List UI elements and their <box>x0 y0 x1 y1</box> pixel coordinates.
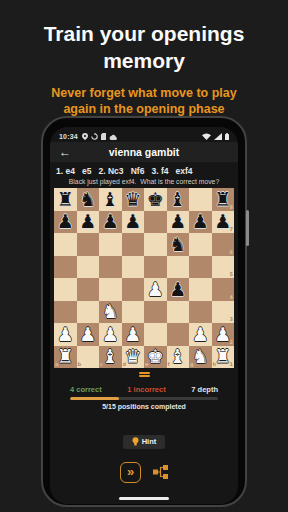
square-e4[interactable]: ♟ <box>144 278 167 301</box>
system-icons <box>202 133 229 140</box>
square-c8[interactable]: ♝ <box>99 188 122 211</box>
square-h2[interactable]: ♟2 <box>212 323 235 346</box>
square-f8[interactable]: ♝ <box>167 188 190 211</box>
square-a2[interactable]: ♟ <box>54 323 77 346</box>
square-c3[interactable]: ♞ <box>99 301 122 324</box>
lightbulb-icon <box>132 437 139 447</box>
cloud-icon <box>109 134 117 140</box>
rank-label: 1 <box>230 362 233 367</box>
move-prompt: Black just played exf4. What is the corr… <box>50 177 238 188</box>
white-pawn: ♟ <box>147 280 164 299</box>
file-label: g <box>190 362 194 367</box>
square-g2[interactable]: ♟ <box>189 323 212 346</box>
sd-card-icon <box>101 133 106 140</box>
square-g6[interactable] <box>189 233 212 256</box>
file-label: e <box>145 362 148 367</box>
rank-label: 7 <box>230 227 233 232</box>
square-c1[interactable]: ♝c <box>99 346 122 369</box>
square-h3[interactable]: 3 <box>212 301 235 324</box>
square-h1[interactable]: ♜1h <box>212 346 235 369</box>
square-g4[interactable] <box>189 278 212 301</box>
white-rook: ♜ <box>57 347 74 366</box>
square-c2[interactable]: ♟ <box>99 323 122 346</box>
square-e5[interactable] <box>144 256 167 279</box>
hero-section: Train your openings memory Never forget … <box>0 0 288 118</box>
page-title: Train your openings memory <box>37 20 252 75</box>
file-label: a <box>55 362 58 367</box>
black-knight: ♞ <box>79 190 96 209</box>
fast-forward-icon: » <box>127 464 134 479</box>
square-b2[interactable]: ♟ <box>77 323 100 346</box>
location-icon <box>82 133 88 140</box>
square-c5[interactable] <box>99 256 122 279</box>
square-a5[interactable] <box>54 256 77 279</box>
app-bar: ← vienna gambit <box>50 142 238 162</box>
progress-bar <box>70 397 218 400</box>
black-king: ♚ <box>147 190 164 209</box>
progress-caption: 5/15 positions completed <box>50 403 238 410</box>
square-e3[interactable] <box>144 301 167 324</box>
phone-screen: 10:34 ← vienna gambit 1. e4 e5 2. Nc3 Nf… <box>50 127 238 504</box>
black-pawn: ♟ <box>192 212 209 231</box>
rank-label: 4 <box>230 295 233 300</box>
incorrect-count: 1 incorrect <box>127 385 165 394</box>
notification-icons <box>82 133 117 140</box>
black-queen: ♛ <box>124 190 141 209</box>
file-label: f <box>168 362 170 367</box>
square-e1[interactable]: ♚e <box>144 346 167 369</box>
white-knight: ♞ <box>102 302 119 321</box>
square-d4[interactable] <box>122 278 145 301</box>
square-e6[interactable] <box>144 233 167 256</box>
drag-handle-icon[interactable] <box>139 372 150 377</box>
black-bishop: ♝ <box>102 190 119 209</box>
page-subtitle: Never forget what move to play again in … <box>44 85 244 119</box>
square-b8[interactable]: ♞ <box>77 188 100 211</box>
power-button <box>246 210 249 246</box>
white-pawn: ♟ <box>124 325 141 344</box>
chess-board[interactable]: ♜♞♝♛♚♝♜8♟♟♟♟♟♟♟7♞65♟♟4♞3♟♟♟♟♟♟2♜ab♝c♛d♚e… <box>54 188 234 368</box>
square-d2[interactable]: ♟ <box>122 323 145 346</box>
black-pawn: ♟ <box>169 212 186 231</box>
wifi-icon <box>202 133 211 140</box>
square-f4[interactable]: ♟ <box>167 278 190 301</box>
depth-count: 7 depth <box>191 385 218 394</box>
rank-label: 8 <box>230 205 233 210</box>
square-b5[interactable] <box>77 256 100 279</box>
square-a8[interactable]: ♜ <box>54 188 77 211</box>
square-a6[interactable] <box>54 233 77 256</box>
clock: 10:34 <box>59 133 78 140</box>
square-f1[interactable]: ♝f <box>167 346 190 369</box>
white-pawn: ♟ <box>57 325 74 344</box>
black-pawn: ♟ <box>79 212 96 231</box>
square-a4[interactable] <box>54 278 77 301</box>
phone-mockup: 10:34 ← vienna gambit 1. e4 e5 2. Nc3 Nf… <box>41 116 247 507</box>
square-e7[interactable] <box>144 211 167 234</box>
black-bishop: ♝ <box>169 190 186 209</box>
square-f5[interactable] <box>167 256 190 279</box>
white-bishop: ♝ <box>169 347 186 366</box>
white-pawn: ♟ <box>192 325 209 344</box>
square-c7[interactable]: ♟ <box>99 211 122 234</box>
square-h8[interactable]: ♜8 <box>212 188 235 211</box>
square-f7[interactable]: ♟ <box>167 211 190 234</box>
square-d5[interactable] <box>122 256 145 279</box>
square-b4[interactable] <box>77 278 100 301</box>
file-label: b <box>78 362 82 367</box>
square-g3[interactable] <box>189 301 212 324</box>
square-a1[interactable]: ♜a <box>54 346 77 369</box>
session-stats: 4 correct 1 incorrect 7 depth <box>50 378 238 394</box>
status-bar: 10:34 <box>50 127 238 142</box>
square-d1[interactable]: ♛d <box>122 346 145 369</box>
black-pawn: ♟ <box>169 280 186 299</box>
square-e8[interactable]: ♚ <box>144 188 167 211</box>
black-pawn: ♟ <box>124 212 141 231</box>
opening-title: vienna gambit <box>73 146 215 158</box>
correct-count: 4 correct <box>70 385 102 394</box>
white-king: ♚ <box>147 347 164 366</box>
white-bishop: ♝ <box>102 347 119 366</box>
file-label: d <box>123 362 127 367</box>
sync-icon <box>91 133 98 140</box>
rank-label: 2 <box>230 340 233 345</box>
square-c4[interactable] <box>99 278 122 301</box>
square-f2[interactable] <box>167 323 190 346</box>
home-indicator[interactable] <box>119 497 169 500</box>
square-b3[interactable] <box>77 301 100 324</box>
square-b1[interactable]: b <box>77 346 100 369</box>
square-h5[interactable]: 5 <box>212 256 235 279</box>
rank-label: 6 <box>230 250 233 255</box>
square-d6[interactable] <box>122 233 145 256</box>
square-g1[interactable]: ♞g <box>189 346 212 369</box>
square-d8[interactable]: ♛ <box>122 188 145 211</box>
move-list[interactable]: 1. e4 e5 2. Nc3 Nf6 3. f4 exf4 <box>50 162 238 177</box>
white-knight: ♞ <box>192 347 209 366</box>
square-c6[interactable] <box>99 233 122 256</box>
hint-label: Hint <box>142 437 157 446</box>
black-pawn: ♟ <box>57 212 74 231</box>
square-a3[interactable] <box>54 301 77 324</box>
black-knight: ♞ <box>169 235 186 254</box>
progress-fill <box>70 397 119 400</box>
square-e2[interactable] <box>144 323 167 346</box>
fast-forward-button[interactable]: » <box>120 462 141 483</box>
white-pawn: ♟ <box>102 325 119 344</box>
square-d3[interactable] <box>122 301 145 324</box>
back-icon[interactable]: ← <box>59 145 73 159</box>
square-g8[interactable] <box>189 188 212 211</box>
white-queen: ♛ <box>124 347 141 366</box>
square-f3[interactable] <box>167 301 190 324</box>
file-label: h <box>213 362 217 367</box>
black-rook: ♜ <box>57 190 74 209</box>
square-h4[interactable]: 4 <box>212 278 235 301</box>
square-g7[interactable]: ♟ <box>189 211 212 234</box>
square-d7[interactable]: ♟ <box>122 211 145 234</box>
bottom-toolbar: » <box>50 462 238 483</box>
hint-button[interactable]: Hint <box>123 435 165 449</box>
black-pawn: ♟ <box>102 212 119 231</box>
square-f6[interactable]: ♞ <box>167 233 190 256</box>
square-a7[interactable]: ♟ <box>54 211 77 234</box>
square-h7[interactable]: ♟7 <box>212 211 235 234</box>
square-h6[interactable]: 6 <box>212 233 235 256</box>
file-label: c <box>100 362 103 367</box>
signal-icon <box>214 133 222 140</box>
battery-icon <box>225 133 229 140</box>
square-g5[interactable] <box>189 256 212 279</box>
rank-label: 3 <box>230 317 233 322</box>
square-b6[interactable] <box>77 233 100 256</box>
square-b7[interactable]: ♟ <box>77 211 100 234</box>
moves-tree-icon[interactable] <box>153 465 168 479</box>
rank-label: 5 <box>230 272 233 277</box>
white-pawn: ♟ <box>79 325 96 344</box>
